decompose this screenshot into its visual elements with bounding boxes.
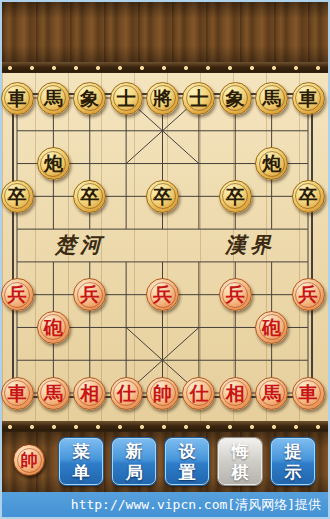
piece-black-k[interactable]: 將 xyxy=(146,82,179,115)
piece-red-a[interactable]: 仕 xyxy=(182,377,215,410)
piece-black-p[interactable]: 卒 xyxy=(146,180,179,213)
piece-black-n[interactable]: 馬 xyxy=(37,82,70,115)
board-grid xyxy=(2,73,328,421)
top-wood-panel xyxy=(2,2,328,62)
piece-black-b[interactable]: 象 xyxy=(219,82,252,115)
piece-red-p[interactable]: 兵 xyxy=(292,278,325,311)
piece-black-p[interactable]: 卒 xyxy=(292,180,325,213)
piece-red-k[interactable]: 帥 xyxy=(146,377,179,410)
piece-black-n[interactable]: 馬 xyxy=(255,82,288,115)
piece-black-p[interactable]: 卒 xyxy=(1,180,34,213)
settings-button[interactable]: 设置 xyxy=(165,438,209,485)
piece-red-n[interactable]: 馬 xyxy=(37,377,70,410)
footer-bar: http://www.vipcn.com[清风网络]提供 xyxy=(2,492,328,517)
piece-black-b[interactable]: 象 xyxy=(73,82,106,115)
piece-red-p[interactable]: 兵 xyxy=(1,278,34,311)
piece-black-c[interactable]: 炮 xyxy=(255,147,288,180)
piece-black-p[interactable]: 卒 xyxy=(73,180,106,213)
hint-button[interactable]: 提示 xyxy=(271,438,315,485)
piece-black-r[interactable]: 車 xyxy=(1,82,34,115)
undo-button-label: 悔棋 xyxy=(232,441,249,483)
hint-button-label: 提示 xyxy=(285,441,302,483)
settings-button-label: 设置 xyxy=(179,441,196,483)
piece-red-r[interactable]: 車 xyxy=(1,377,34,410)
piece-red-c[interactable]: 砲 xyxy=(37,311,70,344)
xiangqi-board[interactable]: 楚河 漢界 車馬象士將士象馬車炮炮卒卒卒卒卒兵兵兵兵兵砲砲車馬相仕帥仕相馬車 xyxy=(2,73,328,421)
piece-black-c[interactable]: 炮 xyxy=(37,147,70,180)
piece-red-r[interactable]: 車 xyxy=(292,377,325,410)
piece-black-a[interactable]: 士 xyxy=(110,82,143,115)
app-window: 楚河 漢界 車馬象士將士象馬車炮炮卒卒卒卒卒兵兵兵兵兵砲砲車馬相仕帥仕相馬車 帥… xyxy=(0,0,330,519)
credit-text: http://www.vipcn.com[清风网络]提供 xyxy=(71,496,321,514)
piece-red-b[interactable]: 相 xyxy=(73,377,106,410)
piece-black-p[interactable]: 卒 xyxy=(219,180,252,213)
piece-red-b[interactable]: 相 xyxy=(219,377,252,410)
piece-black-a[interactable]: 士 xyxy=(182,82,215,115)
menu-button-label: 菜单 xyxy=(73,441,90,483)
decor-strip-top xyxy=(2,62,328,73)
new-game-button-label: 新局 xyxy=(126,441,143,483)
piece-black-r[interactable]: 車 xyxy=(292,82,325,115)
piece-red-c[interactable]: 砲 xyxy=(255,311,288,344)
decor-strip-bottom xyxy=(2,421,328,432)
undo-button[interactable]: 悔棋 xyxy=(218,438,262,485)
turn-indicator-piece: 帥 xyxy=(13,444,45,476)
new-game-button[interactable]: 新局 xyxy=(112,438,156,485)
piece-red-p[interactable]: 兵 xyxy=(146,278,179,311)
piece-red-n[interactable]: 馬 xyxy=(255,377,288,410)
menu-button[interactable]: 菜单 xyxy=(59,438,103,485)
toolbar: 帥 菜单 新局 设置 悔棋 提示 xyxy=(2,432,328,492)
piece-red-p[interactable]: 兵 xyxy=(219,278,252,311)
piece-red-a[interactable]: 仕 xyxy=(110,377,143,410)
